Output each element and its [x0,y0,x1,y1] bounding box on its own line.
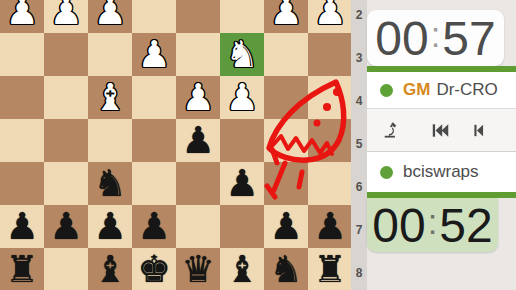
white-pawn: ♟ [5,0,38,33]
square-c4[interactable]: ♟ [220,76,264,119]
square-d2[interactable] [176,0,220,33]
black-bishop: ♝ [93,248,126,290]
square-e5[interactable] [132,119,176,162]
square-f6[interactable]: ♞ [88,162,132,205]
square-h3[interactable] [0,33,44,76]
skip-to-start-icon [431,122,450,139]
black-pawn: ♟ [49,205,82,248]
black-rook: ♜ [5,248,38,290]
white-bishop: ♝ [93,76,126,119]
square-g2[interactable]: ♟ [44,0,88,33]
square-g3[interactable] [44,33,88,76]
square-h8[interactable]: ♜ [0,248,44,290]
white-pawn: ♟ [49,0,82,33]
square-c3[interactable]: ♞ [220,33,264,76]
player-title-badge: GM [403,80,430,100]
square-a6[interactable] [308,162,351,205]
square-e6[interactable] [132,162,176,205]
square-d3[interactable] [176,33,220,76]
square-b7[interactable]: ♟ [264,205,308,248]
square-g8[interactable] [44,248,88,290]
top-player-name: Dr-CRO [436,80,497,100]
controls-bar [367,108,516,152]
board-grid: ♟♟♟♟♟♟♞♝♟♟♟♞♟♟♟♟♟♟♟♜♝♚♛♝♞♜ [0,0,351,290]
step-back-button[interactable] [461,109,495,151]
white-pawn: ♟ [269,0,302,33]
square-c6[interactable]: ♟ [220,162,264,205]
square-c7[interactable] [220,205,264,248]
online-indicator [380,166,393,179]
clock-seconds: 57 [442,11,495,66]
bottom-player-name: bciswraps [403,162,479,182]
square-c8[interactable]: ♝ [220,248,264,290]
black-knight: ♞ [93,162,126,205]
square-h2[interactable]: ♟ [0,0,44,33]
analysis-button[interactable] [374,109,408,151]
white-pawn: ♟ [181,76,214,119]
rank-label-3: 3 [351,33,367,76]
square-h6[interactable] [0,162,44,205]
square-h4[interactable] [0,76,44,119]
bottom-player-row[interactable]: bciswraps [367,152,516,192]
square-e2[interactable] [132,0,176,33]
square-g6[interactable] [44,162,88,205]
rank-label-8: 8 [351,248,367,290]
chess-board: ♟♟♟♟♟♟♞♝♟♟♟♞♟♟♟♟♟♟♟♜♝♚♛♝♞♜ [0,0,351,290]
black-bishop: ♝ [225,248,258,290]
square-a4[interactable] [308,76,351,119]
square-a8[interactable]: ♜ [308,248,351,290]
square-a3[interactable] [308,33,351,76]
square-b3[interactable] [264,33,308,76]
square-g5[interactable] [44,119,88,162]
clock-seconds: 52 [439,198,492,253]
black-queen: ♛ [181,248,214,290]
top-player-clock: 00:57 [367,10,504,66]
square-g4[interactable] [44,76,88,119]
skip-to-start-button[interactable] [423,109,457,151]
square-c5[interactable] [220,119,264,162]
white-pawn: ♟ [225,76,258,119]
game-panel: 00:57 GM Dr-CRO [367,0,516,290]
rank-coordinates: 2345678 [351,0,367,290]
white-pawn: ♟ [137,33,170,76]
square-d7[interactable] [176,205,220,248]
square-e4[interactable] [132,76,176,119]
square-e8[interactable]: ♚ [132,248,176,290]
square-b4[interactable] [264,76,308,119]
rank-label-6: 6 [351,162,367,205]
square-d6[interactable] [176,162,220,205]
square-e3[interactable]: ♟ [132,33,176,76]
square-f7[interactable]: ♟ [88,205,132,248]
top-player-row[interactable]: GM Dr-CRO [367,72,516,108]
square-f2[interactable]: ♟ [88,0,132,33]
black-rook: ♜ [313,248,346,290]
square-d5[interactable]: ♟ [176,119,220,162]
square-b5[interactable] [264,119,308,162]
black-king: ♚ [137,248,170,290]
microscope-icon [382,121,400,139]
white-pawn: ♟ [93,0,126,33]
online-indicator [380,84,393,97]
black-pawn: ♟ [181,119,214,162]
square-a5[interactable] [308,119,351,162]
clock-colon: : [428,203,438,242]
black-pawn: ♟ [5,205,38,248]
clock-colon: : [431,16,441,55]
rank-label-7: 7 [351,205,367,248]
square-c2[interactable] [220,0,264,33]
square-b2[interactable]: ♟ [264,0,308,33]
square-f8[interactable]: ♝ [88,248,132,290]
step-back-icon [470,122,487,139]
rank-label-5: 5 [351,119,367,162]
black-pawn: ♟ [269,205,302,248]
square-d4[interactable]: ♟ [176,76,220,119]
square-f3[interactable] [88,33,132,76]
bottom-player-clock-active: 00:52 [367,198,498,252]
black-pawn: ♟ [313,205,346,248]
square-g7[interactable]: ♟ [44,205,88,248]
clock-minutes: 00 [372,198,425,253]
square-b6[interactable] [264,162,308,205]
square-e7[interactable]: ♟ [132,205,176,248]
square-a2[interactable]: ♟ [308,0,351,33]
white-knight: ♞ [225,33,258,76]
square-d8[interactable]: ♛ [176,248,220,290]
black-pawn: ♟ [225,162,258,205]
black-knight: ♞ [269,248,302,290]
square-h5[interactable] [0,119,44,162]
square-f4[interactable]: ♝ [88,76,132,119]
rank-label-2: 2 [351,0,367,33]
black-pawn: ♟ [93,205,126,248]
clock-minutes: 00 [375,11,428,66]
black-pawn: ♟ [137,205,170,248]
white-pawn: ♟ [313,0,346,33]
square-f5[interactable] [88,119,132,162]
square-b8[interactable]: ♞ [264,248,308,290]
rank-label-4: 4 [351,76,367,119]
square-a7[interactable]: ♟ [308,205,351,248]
square-h7[interactable]: ♟ [0,205,44,248]
